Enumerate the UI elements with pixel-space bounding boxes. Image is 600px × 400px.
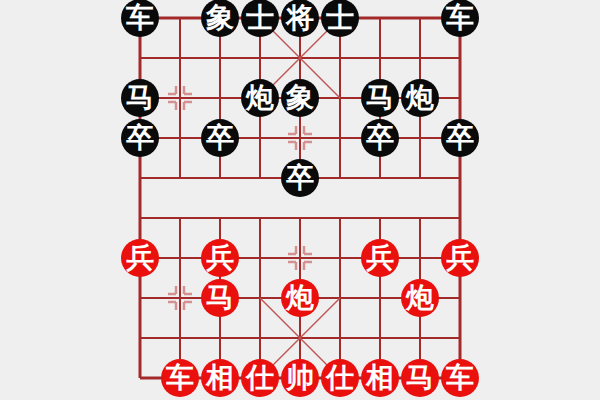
piece-black-elephant[interactable]: 象 <box>281 79 319 117</box>
piece-red-horse[interactable]: 马 <box>401 359 439 397</box>
piece-black-horse[interactable]: 马 <box>121 79 159 117</box>
piece-black-chariot[interactable]: 车 <box>441 0 479 37</box>
piece-black-advisor[interactable]: 士 <box>241 0 279 37</box>
piece-red-chariot[interactable]: 车 <box>441 359 479 397</box>
piece-black-soldier[interactable]: 卒 <box>441 119 479 157</box>
piece-black-horse[interactable]: 马 <box>361 79 399 117</box>
piece-red-chariot[interactable]: 车 <box>161 359 199 397</box>
piece-black-elephant[interactable]: 象 <box>201 0 239 37</box>
pieces-layer: 车象士将士车马炮象马炮卒卒卒卒卒兵兵兵兵马炮炮车相仕帅仕相马车 <box>0 0 600 400</box>
xiangqi-board: 车象士将士车马炮象马炮卒卒卒卒卒兵兵兵兵马炮炮车相仕帅仕相马车 <box>0 0 600 400</box>
piece-black-general[interactable]: 将 <box>281 0 319 37</box>
piece-black-cannon[interactable]: 炮 <box>241 79 279 117</box>
piece-red-cannon[interactable]: 炮 <box>281 279 319 317</box>
piece-red-elephant[interactable]: 相 <box>201 359 239 397</box>
piece-black-advisor[interactable]: 士 <box>321 0 359 37</box>
piece-black-cannon[interactable]: 炮 <box>401 79 439 117</box>
piece-black-soldier[interactable]: 卒 <box>201 119 239 157</box>
piece-red-cannon[interactable]: 炮 <box>401 279 439 317</box>
piece-red-advisor[interactable]: 仕 <box>241 359 279 397</box>
piece-red-elephant[interactable]: 相 <box>361 359 399 397</box>
piece-red-horse[interactable]: 马 <box>201 279 239 317</box>
piece-red-soldier[interactable]: 兵 <box>201 239 239 277</box>
piece-black-soldier[interactable]: 卒 <box>361 119 399 157</box>
piece-red-soldier[interactable]: 兵 <box>441 239 479 277</box>
piece-black-chariot[interactable]: 车 <box>121 0 159 37</box>
piece-red-soldier[interactable]: 兵 <box>121 239 159 277</box>
piece-black-soldier[interactable]: 卒 <box>281 159 319 197</box>
piece-red-advisor[interactable]: 仕 <box>321 359 359 397</box>
piece-black-soldier[interactable]: 卒 <box>121 119 159 157</box>
piece-red-general[interactable]: 帅 <box>281 359 319 397</box>
piece-red-soldier[interactable]: 兵 <box>361 239 399 277</box>
